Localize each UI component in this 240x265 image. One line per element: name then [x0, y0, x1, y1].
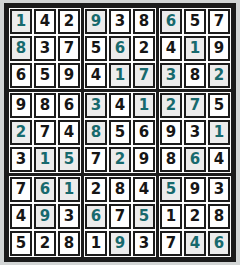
cell-r9c6-solved[interactable]: 3	[133, 231, 155, 256]
cell-r4c1-solved[interactable]: 9	[10, 93, 32, 118]
cell-r6c1-solved[interactable]: 3	[10, 147, 32, 172]
cell-r8c7-solved[interactable]: 1	[160, 204, 182, 229]
cell-r8c6-given[interactable]: 5	[133, 204, 155, 229]
cell-r8c2-given[interactable]: 9	[34, 204, 56, 229]
cell-r5c4-given[interactable]: 8	[85, 120, 107, 145]
cell-r7c5-solved[interactable]: 8	[109, 177, 131, 202]
cell-r9c9-given[interactable]: 6	[208, 231, 230, 256]
cell-r1c8-solved[interactable]: 5	[184, 9, 206, 34]
cell-r2c6-solved[interactable]: 2	[133, 36, 155, 61]
cell-r5c2-solved[interactable]: 7	[34, 120, 56, 145]
cell-r3c6-given[interactable]: 7	[133, 63, 155, 88]
cell-r5c7-solved[interactable]: 9	[160, 120, 182, 145]
cell-r7c4-solved[interactable]: 2	[85, 177, 107, 202]
box-4: 986274315	[9, 92, 81, 173]
cell-r2c5-given[interactable]: 6	[109, 36, 131, 61]
box-1: 142837659	[9, 8, 81, 89]
cell-r9c4-solved[interactable]: 1	[85, 231, 107, 256]
box-6: 275931864	[159, 92, 231, 173]
cell-r6c3-given[interactable]: 5	[58, 147, 80, 172]
cell-r3c5-given[interactable]: 1	[109, 63, 131, 88]
cell-r5c6-solved[interactable]: 6	[133, 120, 155, 145]
cell-r1c9-solved[interactable]: 7	[208, 9, 230, 34]
cell-r9c7-solved[interactable]: 7	[160, 231, 182, 256]
cell-r3c7-given[interactable]: 3	[160, 63, 182, 88]
box-8: 284675193	[84, 176, 156, 257]
cell-r7c2-given[interactable]: 6	[34, 177, 56, 202]
box-5: 341856729	[84, 92, 156, 173]
cell-r4c2-solved[interactable]: 8	[34, 93, 56, 118]
cell-r2c4-solved[interactable]: 5	[85, 36, 107, 61]
cell-r2c3-solved[interactable]: 7	[58, 36, 80, 61]
cell-r7c7-given[interactable]: 5	[160, 177, 182, 202]
cell-r8c8-solved[interactable]: 2	[184, 204, 206, 229]
cell-r8c1-solved[interactable]: 4	[10, 204, 32, 229]
cell-r8c5-solved[interactable]: 7	[109, 204, 131, 229]
cell-r4c4-given[interactable]: 3	[85, 93, 107, 118]
cell-r6c2-given[interactable]: 1	[34, 147, 56, 172]
cell-r5c8-solved[interactable]: 3	[184, 120, 206, 145]
cell-r8c9-solved[interactable]: 8	[208, 204, 230, 229]
cell-r2c9-solved[interactable]: 9	[208, 36, 230, 61]
cell-r2c7-solved[interactable]: 4	[160, 36, 182, 61]
cell-r1c6-solved[interactable]: 8	[133, 9, 155, 34]
cell-r5c9-given[interactable]: 1	[208, 120, 230, 145]
cell-r3c2-solved[interactable]: 5	[34, 63, 56, 88]
cell-r7c3-given[interactable]: 1	[58, 177, 80, 202]
cell-r1c1-given[interactable]: 1	[10, 9, 32, 34]
cell-r3c4-solved[interactable]: 4	[85, 63, 107, 88]
box-3: 657419382	[159, 8, 231, 89]
cell-r5c1-given[interactable]: 2	[10, 120, 32, 145]
sudoku-board: 1428376599385624176574193829862743153418…	[4, 3, 236, 262]
cell-r7c1-solved[interactable]: 7	[10, 177, 32, 202]
cell-r4c9-solved[interactable]: 5	[208, 93, 230, 118]
cell-r3c3-solved[interactable]: 9	[58, 63, 80, 88]
cell-r4c7-given[interactable]: 2	[160, 93, 182, 118]
cell-r4c6-given[interactable]: 1	[133, 93, 155, 118]
box-2: 938562417	[84, 8, 156, 89]
cell-r4c5-solved[interactable]: 4	[109, 93, 131, 118]
cell-r6c4-solved[interactable]: 7	[85, 147, 107, 172]
cell-r9c5-given[interactable]: 9	[109, 231, 131, 256]
cell-r7c9-solved[interactable]: 3	[208, 177, 230, 202]
cell-r1c2-solved[interactable]: 4	[34, 9, 56, 34]
cell-r1c7-given[interactable]: 6	[160, 9, 182, 34]
cell-r6c9-solved[interactable]: 4	[208, 147, 230, 172]
cell-r7c6-solved[interactable]: 4	[133, 177, 155, 202]
cell-r1c4-given[interactable]: 9	[85, 9, 107, 34]
cell-r3c1-solved[interactable]: 6	[10, 63, 32, 88]
cell-r9c2-solved[interactable]: 2	[34, 231, 56, 256]
cell-r5c3-solved[interactable]: 4	[58, 120, 80, 145]
cell-r8c4-given[interactable]: 6	[85, 204, 107, 229]
cell-r2c1-given[interactable]: 8	[10, 36, 32, 61]
box-9: 593128746	[159, 176, 231, 257]
cell-r2c2-solved[interactable]: 3	[34, 36, 56, 61]
box-7: 761493528	[9, 176, 81, 257]
cell-r9c3-solved[interactable]: 8	[58, 231, 80, 256]
cell-r1c5-solved[interactable]: 3	[109, 9, 131, 34]
cell-r8c3-solved[interactable]: 3	[58, 204, 80, 229]
cell-r7c8-solved[interactable]: 9	[184, 177, 206, 202]
cell-r4c3-solved[interactable]: 6	[58, 93, 80, 118]
cell-r9c1-solved[interactable]: 5	[10, 231, 32, 256]
cell-r3c9-given[interactable]: 2	[208, 63, 230, 88]
cell-r6c6-solved[interactable]: 9	[133, 147, 155, 172]
cell-r5c5-solved[interactable]: 5	[109, 120, 131, 145]
cell-r2c8-given[interactable]: 1	[184, 36, 206, 61]
cell-r9c8-given[interactable]: 4	[184, 231, 206, 256]
cell-r4c8-given[interactable]: 7	[184, 93, 206, 118]
cell-r6c7-solved[interactable]: 8	[160, 147, 182, 172]
cell-r3c8-solved[interactable]: 8	[184, 63, 206, 88]
cell-r6c5-given[interactable]: 2	[109, 147, 131, 172]
cell-r6c8-given[interactable]: 6	[184, 147, 206, 172]
cell-r1c3-solved[interactable]: 2	[58, 9, 80, 34]
